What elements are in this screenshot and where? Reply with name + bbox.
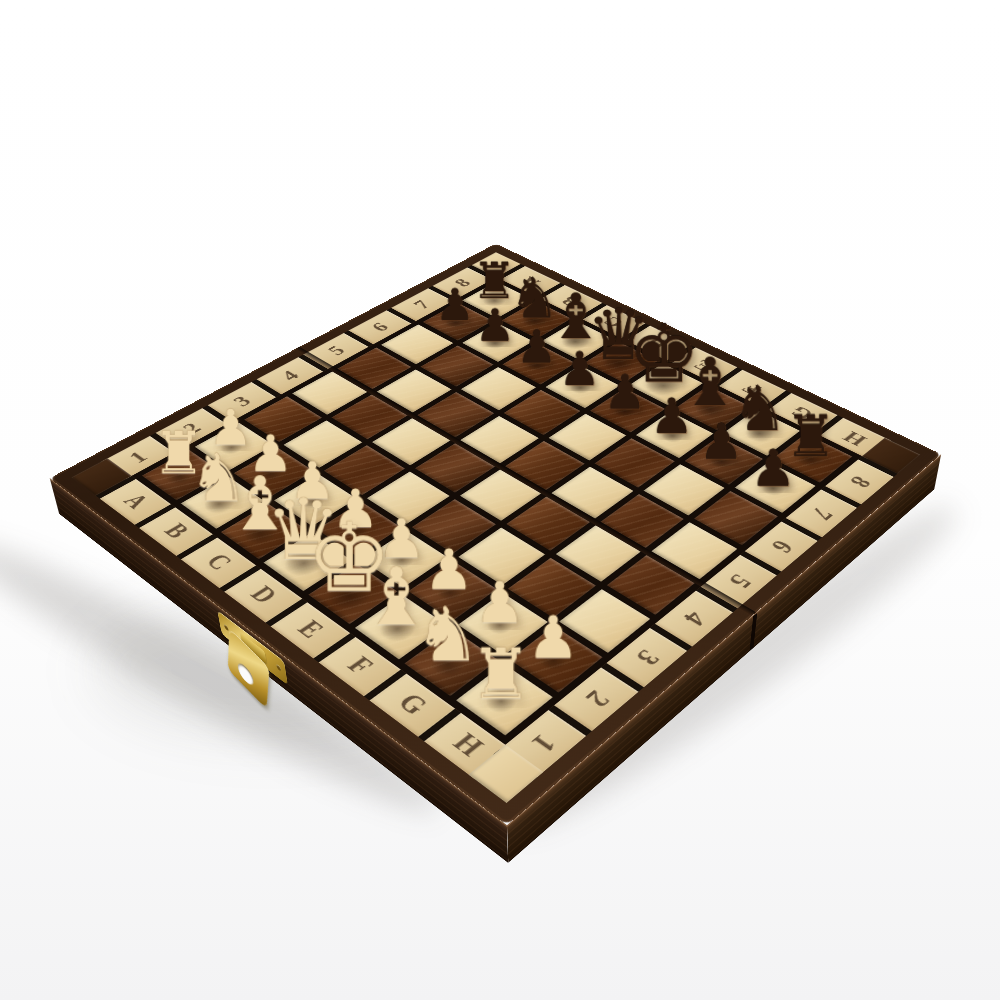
- file-label-text: D: [242, 582, 283, 609]
- rank-label-left-text: 6: [367, 320, 394, 335]
- rank-label-left-text: 2: [177, 420, 206, 438]
- product-photo-scene: ABCDEFGHABCDEFGH8765432187654321♜♞♝♛♚♝♞♜…: [0, 0, 1000, 1000]
- rank-label-left-text: 5: [322, 343, 350, 358]
- file-label-text: F: [339, 652, 379, 681]
- chess-board: ABCDEFGHABCDEFGH8765432187654321♜♞♝♛♚♝♞♜…: [50, 244, 941, 826]
- latch-screw: [224, 623, 229, 631]
- latch-screw: [276, 664, 281, 672]
- file-label-far-text: A: [516, 273, 546, 289]
- rank-label-right-text: 2: [577, 685, 616, 712]
- rank-label-left-text: 8: [449, 276, 475, 290]
- rank-label-right-text: 8: [842, 472, 876, 492]
- file-label-text: A: [116, 490, 155, 514]
- file-label-text: B: [157, 519, 195, 543]
- rank-label-left-text: 4: [276, 367, 304, 383]
- file-label-text: H: [445, 728, 490, 763]
- file-label-f: F: [318, 637, 401, 697]
- file-label-text: E: [290, 616, 331, 644]
- rank-label-right-4: 4: [655, 590, 733, 646]
- file-label-far-text: B: [557, 293, 586, 309]
- rank-label-left-text: 3: [228, 393, 256, 410]
- rank-label-left-text: 1: [124, 448, 153, 467]
- file-label-far-text: G: [786, 402, 819, 423]
- file-label-far-text: F: [737, 379, 767, 397]
- rank-label-right-text: 6: [764, 535, 800, 557]
- file-label-far-text: C: [598, 313, 629, 330]
- rank-label-right-text: 1: [524, 728, 563, 757]
- rank-label-right-text: 4: [676, 606, 713, 630]
- rank-label-right-text: 7: [804, 503, 839, 524]
- rank-label-right-text: 3: [628, 644, 666, 670]
- rank-label-right-3: 3: [606, 628, 687, 688]
- file-label-text: G: [390, 688, 434, 721]
- file-label-far-text: D: [642, 334, 673, 352]
- file-label-b: B: [139, 507, 213, 555]
- file-label-far-text: E: [689, 356, 719, 374]
- rank-label-left-2: 2: [156, 408, 227, 449]
- rank-label-right-7: 7: [786, 490, 857, 538]
- rank-label-left-text: 7: [409, 297, 436, 311]
- file-label-far-text: H: [838, 427, 872, 449]
- file-label-text: C: [198, 549, 238, 575]
- rank-label-right-text: 5: [721, 570, 757, 593]
- rank-label-right-6: 6: [745, 521, 818, 571]
